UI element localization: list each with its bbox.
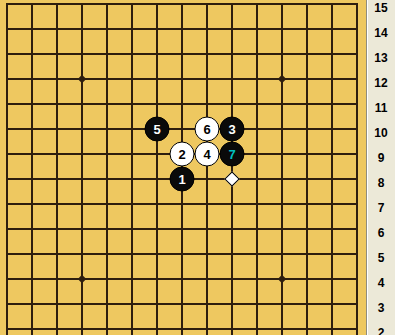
diamond-marker: [224, 171, 240, 187]
row-label-9: 9: [367, 150, 395, 166]
grid-line-horizontal: [6, 53, 358, 55]
stone-number: 1: [178, 173, 185, 186]
grid-line-horizontal: [6, 278, 358, 280]
grid-line-horizontal: [6, 3, 358, 5]
stone-number: 2: [178, 148, 185, 161]
grid-line-horizontal: [6, 253, 358, 255]
grid-line-horizontal: [6, 103, 358, 105]
grid-line-horizontal: [6, 28, 358, 30]
go-board[interactable]: 1234567: [0, 0, 367, 335]
stone-number: 7: [228, 148, 235, 161]
row-label-7: 7: [367, 200, 395, 216]
star-point: [278, 75, 286, 83]
grid-line-horizontal: [6, 78, 358, 80]
grid-line-horizontal: [6, 328, 358, 330]
row-label-3: 3: [367, 300, 395, 316]
grid-line-horizontal: [6, 303, 358, 305]
star-point: [278, 275, 286, 283]
grid-line-horizontal: [6, 203, 358, 205]
row-label-4: 4: [367, 275, 395, 291]
stone-black-3: 3: [220, 117, 245, 142]
go-diagram: 1234567 15141312111098765432: [0, 0, 395, 335]
grid-line-horizontal: [6, 228, 358, 230]
row-label-14: 14: [367, 25, 395, 41]
row-label-10: 10: [367, 125, 395, 141]
row-label-13: 13: [367, 50, 395, 66]
stone-number: 6: [203, 123, 210, 136]
stone-number: 5: [153, 123, 160, 136]
stone-white-2: 2: [170, 142, 195, 167]
stone-white-4: 4: [195, 142, 220, 167]
star-point: [78, 275, 86, 283]
stone-white-6: 6: [195, 117, 220, 142]
star-point: [78, 75, 86, 83]
row-label-5: 5: [367, 250, 395, 266]
row-label-8: 8: [367, 175, 395, 191]
row-label-11: 11: [367, 100, 395, 116]
stone-number: 3: [228, 123, 235, 136]
grid-line-horizontal: [6, 128, 358, 130]
row-label-6: 6: [367, 225, 395, 241]
row-label-2: 2: [367, 325, 395, 335]
stone-black-7: 7: [220, 142, 245, 167]
row-label-12: 12: [367, 75, 395, 91]
row-label-15: 15: [367, 0, 395, 16]
stone-number: 4: [203, 148, 210, 161]
stone-black-1: 1: [170, 167, 195, 192]
row-coordinate-strip: 15141312111098765432: [366, 0, 395, 335]
stone-black-5: 5: [145, 117, 170, 142]
